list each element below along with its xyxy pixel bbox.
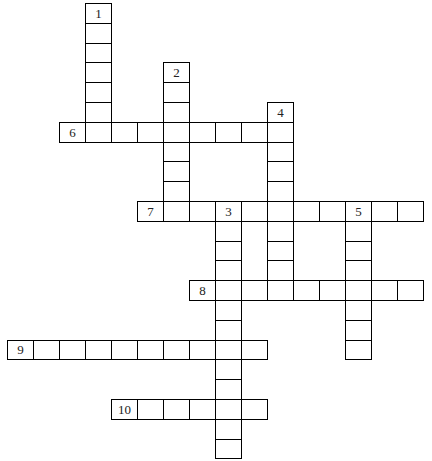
grid-cell[interactable]	[215, 280, 242, 301]
grid-cell[interactable]	[189, 122, 216, 143]
grid-cell[interactable]	[85, 340, 112, 361]
grid-cell[interactable]	[215, 300, 242, 321]
clue-number: 10	[118, 403, 131, 416]
grid-cell[interactable]	[345, 300, 372, 321]
grid-cell[interactable]	[241, 122, 268, 143]
grid-cell[interactable]	[319, 201, 346, 222]
clue-number: 5	[355, 205, 362, 218]
grid-cell[interactable]	[215, 399, 242, 420]
grid-cell[interactable]	[267, 181, 294, 202]
grid-cell[interactable]	[111, 122, 138, 143]
grid-cell[interactable]	[189, 340, 216, 361]
grid-cell[interactable]: 7	[137, 201, 164, 222]
grid-cell[interactable]	[163, 340, 190, 361]
clue-number: 6	[69, 126, 76, 139]
grid-cell[interactable]: 10	[111, 399, 138, 420]
grid-cell[interactable]	[215, 359, 242, 380]
grid-cell[interactable]	[371, 280, 398, 301]
grid-cell[interactable]	[345, 221, 372, 242]
grid-cell[interactable]: 8	[189, 280, 216, 301]
grid-cell[interactable]	[215, 260, 242, 281]
grid-cell[interactable]	[215, 419, 242, 440]
grid-cell[interactable]: 1	[85, 3, 112, 24]
grid-cell[interactable]	[345, 260, 372, 281]
grid-cell[interactable]	[215, 379, 242, 400]
clue-number: 4	[277, 106, 284, 119]
grid-cell[interactable]: 6	[59, 122, 86, 143]
grid-cell[interactable]	[189, 399, 216, 420]
grid-cell[interactable]	[59, 340, 86, 361]
grid-cell[interactable]	[241, 340, 268, 361]
grid-cell[interactable]	[85, 23, 112, 44]
grid-cell[interactable]: 9	[7, 340, 34, 361]
grid-cell[interactable]	[163, 399, 190, 420]
grid-cell[interactable]	[397, 201, 424, 222]
grid-cell[interactable]	[85, 43, 112, 64]
grid-cell[interactable]: 2	[163, 62, 190, 83]
grid-cell[interactable]	[85, 122, 112, 143]
grid-cell[interactable]: 3	[215, 201, 242, 222]
grid-cell[interactable]	[111, 340, 138, 361]
clue-number: 7	[147, 205, 154, 218]
grid-cell[interactable]	[371, 201, 398, 222]
grid-cell[interactable]	[85, 82, 112, 103]
grid-cell[interactable]	[293, 201, 320, 222]
grid-cell[interactable]	[345, 340, 372, 361]
clue-number: 3	[225, 205, 232, 218]
grid-cell[interactable]	[137, 122, 164, 143]
grid-cell[interactable]	[137, 399, 164, 420]
clue-number: 9	[17, 343, 24, 356]
grid-cell[interactable]: 4	[267, 102, 294, 123]
grid-cell[interactable]	[163, 142, 190, 163]
grid-cell[interactable]	[189, 201, 216, 222]
grid-cell[interactable]	[241, 399, 268, 420]
grid-cell[interactable]	[163, 122, 190, 143]
grid-cell[interactable]	[163, 181, 190, 202]
grid-cell[interactable]	[163, 201, 190, 222]
grid-cell[interactable]	[215, 241, 242, 262]
grid-cell[interactable]	[267, 142, 294, 163]
grid-cell[interactable]	[85, 102, 112, 123]
crossword-page: 12467358910	[0, 0, 432, 461]
grid-cell[interactable]	[215, 340, 242, 361]
grid-cell[interactable]	[241, 201, 268, 222]
grid-cell[interactable]	[163, 102, 190, 123]
grid-cell[interactable]	[163, 161, 190, 182]
grid-cell[interactable]	[267, 201, 294, 222]
clue-number: 1	[95, 7, 102, 20]
grid-cell[interactable]	[267, 241, 294, 262]
grid-cell[interactable]	[267, 122, 294, 143]
grid-cell[interactable]	[163, 82, 190, 103]
grid-cell[interactable]	[215, 320, 242, 341]
clue-number: 8	[199, 284, 206, 297]
grid-cell[interactable]	[215, 439, 242, 460]
grid-cell[interactable]	[85, 62, 112, 83]
grid-cell[interactable]	[345, 280, 372, 301]
grid-cell[interactable]	[241, 280, 268, 301]
grid-cell[interactable]	[267, 260, 294, 281]
grid-cell[interactable]	[33, 340, 60, 361]
grid-cell[interactable]	[345, 241, 372, 262]
grid-cell[interactable]	[319, 280, 346, 301]
grid-cell[interactable]	[215, 122, 242, 143]
grid-cell[interactable]	[215, 221, 242, 242]
crossword-board: 12467358910	[7, 3, 424, 459]
grid-cell[interactable]	[137, 340, 164, 361]
grid-cell[interactable]	[267, 161, 294, 182]
grid-cell[interactable]	[267, 221, 294, 242]
grid-cell[interactable]	[345, 320, 372, 341]
grid-cell[interactable]: 5	[345, 201, 372, 222]
grid-cell[interactable]	[397, 280, 424, 301]
grid-cell[interactable]	[293, 280, 320, 301]
grid-cell[interactable]	[267, 280, 294, 301]
clue-number: 2	[173, 66, 180, 79]
